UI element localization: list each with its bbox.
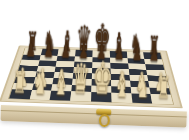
chess-set-photo: ♜♞♝♛♚♝♞♜♟♟♟♟♟♟♟♟♟♟♟♟♟♟♟♟♜♞♝♛♚♝♞♜ xyxy=(0,0,189,140)
square-f2[interactable]: ♟ xyxy=(111,86,131,93)
square-a8[interactable]: ♜ xyxy=(23,48,42,55)
white-rook[interactable]: ♜ xyxy=(156,73,170,103)
square-g3[interactable] xyxy=(130,81,150,88)
square-b1[interactable]: ♞ xyxy=(29,90,51,100)
black-knight[interactable]: ♞ xyxy=(43,28,56,55)
black-king[interactable]: ♚ xyxy=(93,19,111,58)
square-f7[interactable]: ♟ xyxy=(110,58,128,64)
white-rook[interactable]: ♜ xyxy=(13,68,27,98)
white-bishop[interactable]: ♝ xyxy=(53,66,69,100)
square-h1[interactable]: ♜ xyxy=(151,94,173,104)
square-b7[interactable]: ♟ xyxy=(39,55,58,61)
black-pawn[interactable]: ♟ xyxy=(149,41,160,64)
white-pawn[interactable]: ♟ xyxy=(36,64,48,90)
square-d7[interactable]: ♟ xyxy=(74,57,92,63)
square-f5[interactable] xyxy=(111,68,130,74)
square-d4[interactable] xyxy=(73,73,92,80)
square-d8[interactable]: ♛ xyxy=(75,50,92,57)
black-pawn[interactable]: ♟ xyxy=(96,40,107,63)
box-fold-seam xyxy=(1,110,187,117)
black-pawn[interactable]: ♟ xyxy=(26,37,37,60)
black-bishop[interactable]: ♝ xyxy=(60,27,73,56)
square-c3[interactable] xyxy=(53,78,73,85)
square-b3[interactable] xyxy=(33,77,53,84)
clasp-ring xyxy=(99,114,110,127)
square-h5[interactable] xyxy=(147,70,166,76)
square-e1[interactable]: ♚ xyxy=(91,92,112,102)
square-e3[interactable] xyxy=(91,79,111,86)
white-pawn[interactable]: ♟ xyxy=(76,66,88,92)
square-h6[interactable] xyxy=(146,64,165,70)
square-c1[interactable]: ♝ xyxy=(50,91,71,101)
black-pawn[interactable]: ♟ xyxy=(78,39,89,62)
board-grid: ♜♞♝♛♚♝♞♜♟♟♟♟♟♟♟♟♟♟♟♟♟♟♟♟♜♞♝♛♚♝♞♜ xyxy=(9,48,173,104)
square-h2[interactable]: ♟ xyxy=(150,88,171,95)
square-d1[interactable]: ♛ xyxy=(70,91,91,101)
black-queen[interactable]: ♛ xyxy=(76,21,92,56)
square-a2[interactable]: ♟ xyxy=(12,83,33,90)
square-c2[interactable]: ♟ xyxy=(52,84,72,91)
white-king[interactable]: ♚ xyxy=(91,56,112,102)
square-e2[interactable]: ♟ xyxy=(91,86,112,93)
black-pawn[interactable]: ♟ xyxy=(132,41,143,64)
square-f6[interactable] xyxy=(110,63,128,69)
square-g4[interactable] xyxy=(129,75,148,82)
square-g1[interactable]: ♞ xyxy=(131,93,152,103)
square-c6[interactable] xyxy=(56,61,75,67)
white-knight[interactable]: ♞ xyxy=(135,71,150,103)
square-d3[interactable] xyxy=(72,79,91,86)
square-b6[interactable] xyxy=(38,60,57,66)
square-h7[interactable]: ♟ xyxy=(145,59,164,65)
square-b8[interactable]: ♞ xyxy=(41,49,59,56)
square-c8[interactable]: ♝ xyxy=(58,49,76,56)
square-g6[interactable] xyxy=(128,64,147,70)
square-h8[interactable]: ♜ xyxy=(143,52,161,59)
square-f8[interactable]: ♝ xyxy=(110,51,127,58)
black-bishop[interactable]: ♝ xyxy=(113,29,126,58)
square-f1[interactable]: ♝ xyxy=(111,93,132,103)
black-rook[interactable]: ♜ xyxy=(26,29,38,55)
square-g2[interactable]: ♟ xyxy=(130,87,150,94)
square-c7[interactable]: ♟ xyxy=(57,56,75,62)
black-pawn[interactable]: ♟ xyxy=(61,38,72,61)
square-e5[interactable] xyxy=(92,68,111,74)
square-e4[interactable] xyxy=(91,73,111,80)
square-g7[interactable]: ♟ xyxy=(127,58,145,64)
white-pawn[interactable]: ♟ xyxy=(135,68,147,94)
square-b2[interactable]: ♟ xyxy=(32,83,53,90)
white-pawn[interactable]: ♟ xyxy=(116,67,128,93)
square-d2[interactable]: ♟ xyxy=(71,85,91,92)
square-e7[interactable]: ♟ xyxy=(92,57,110,63)
square-d5[interactable] xyxy=(73,67,92,73)
white-pawn[interactable]: ♟ xyxy=(17,64,29,90)
brass-clasp[interactable] xyxy=(95,109,114,129)
chess-box-lid-board: ♜♞♝♛♚♝♞♜♟♟♟♟♟♟♟♟♟♟♟♟♟♟♟♟♜♞♝♛♚♝♞♜ xyxy=(0,45,183,108)
square-c5[interactable] xyxy=(55,66,74,72)
square-b4[interactable] xyxy=(35,71,55,78)
black-knight[interactable]: ♞ xyxy=(130,31,143,58)
square-c4[interactable] xyxy=(54,72,73,79)
square-h4[interactable] xyxy=(148,75,168,82)
box-front-panel xyxy=(0,105,186,127)
chess-box-scene: ♜♞♝♛♚♝♞♜♟♟♟♟♟♟♟♟♟♟♟♟♟♟♟♟♜♞♝♛♚♝♞♜ xyxy=(0,0,189,108)
white-pawn[interactable]: ♟ xyxy=(56,65,68,91)
white-knight[interactable]: ♞ xyxy=(33,67,48,99)
square-g5[interactable] xyxy=(129,69,148,75)
square-a3[interactable] xyxy=(14,77,35,84)
square-a5[interactable] xyxy=(18,65,38,71)
black-pawn[interactable]: ♟ xyxy=(43,38,54,61)
square-f3[interactable] xyxy=(111,80,130,87)
square-a6[interactable] xyxy=(20,60,39,66)
black-pawn[interactable]: ♟ xyxy=(114,40,125,63)
white-queen[interactable]: ♛ xyxy=(71,59,90,101)
white-bishop[interactable]: ♝ xyxy=(115,68,131,102)
white-pawn[interactable]: ♟ xyxy=(96,66,108,92)
square-e8[interactable]: ♚ xyxy=(92,50,110,57)
square-f4[interactable] xyxy=(111,74,130,81)
square-a7[interactable]: ♟ xyxy=(22,55,41,61)
square-h3[interactable] xyxy=(149,81,169,88)
square-a4[interactable] xyxy=(16,71,36,78)
square-d6[interactable] xyxy=(74,62,92,68)
square-g8[interactable]: ♞ xyxy=(127,52,145,59)
square-a1[interactable]: ♜ xyxy=(9,89,32,99)
square-b5[interactable] xyxy=(36,66,55,72)
black-rook[interactable]: ♜ xyxy=(148,33,160,59)
square-e6[interactable] xyxy=(92,62,111,68)
white-pawn[interactable]: ♟ xyxy=(155,69,167,95)
